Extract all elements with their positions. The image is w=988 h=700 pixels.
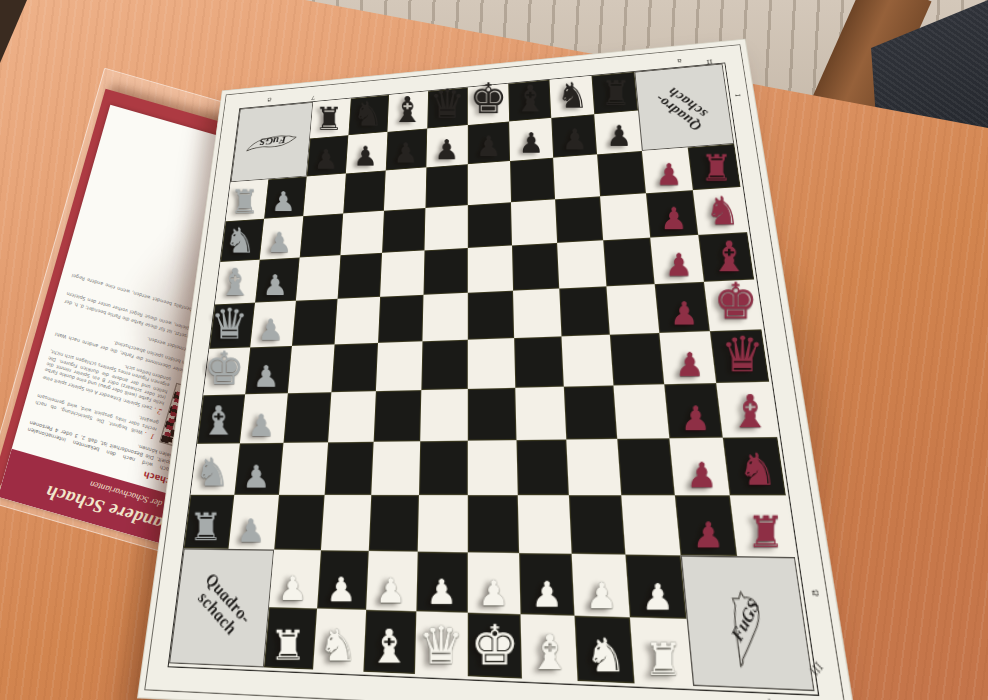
gray-pawn[interactable]: ♟ (249, 310, 294, 347)
black-king[interactable]: ♚ (467, 74, 509, 123)
red-pawn[interactable]: ♟ (646, 154, 692, 192)
black-pawn[interactable]: ♟ (345, 137, 387, 171)
black-rook[interactable]: ♜ (594, 71, 637, 112)
gray-rook[interactable]: ♜ (182, 502, 231, 549)
gray-pawn[interactable]: ♟ (227, 509, 276, 550)
red-pawn[interactable]: ♟ (655, 243, 703, 283)
square-r1c4[interactable] (348, 95, 389, 135)
black-pawn[interactable]: ♟ (597, 116, 641, 153)
red-pawn[interactable]: ♟ (681, 511, 736, 556)
black-pawn[interactable]: ♟ (510, 123, 553, 159)
white-pawn[interactable]: ♟ (267, 566, 318, 608)
red-pawn[interactable]: ♟ (676, 451, 729, 495)
white-pawn[interactable]: ♟ (630, 572, 686, 618)
white-king[interactable]: ♚ (467, 613, 522, 678)
gray-pawn[interactable]: ♟ (254, 266, 298, 302)
red-knight[interactable]: ♞ (731, 441, 785, 495)
red-queen[interactable]: ♛ (717, 325, 768, 383)
red-rook[interactable]: ♜ (738, 504, 793, 557)
board-outer: FuGS Quadro- schach Quadro- schach FuGS (196, 62, 740, 606)
gray-pawn[interactable]: ♟ (263, 183, 305, 218)
black-pawn[interactable]: ♟ (385, 134, 427, 169)
square-r1c5[interactable] (387, 91, 428, 132)
white-knight[interactable]: ♞ (578, 626, 634, 682)
gray-pawn[interactable]: ♟ (244, 356, 290, 394)
black-knight[interactable]: ♞ (551, 73, 594, 116)
white-bishop[interactable]: ♝ (362, 617, 416, 673)
red-king[interactable]: ♚ (711, 272, 761, 330)
white-bishop[interactable]: ♝ (522, 622, 578, 680)
gray-pawn[interactable]: ♟ (258, 223, 301, 258)
white-pawn[interactable]: ♟ (575, 571, 630, 616)
gray-knight[interactable]: ♞ (189, 447, 236, 494)
photo-scene: { "game": "Quadroschach — four-handed ch… (0, 0, 988, 700)
fugs-logo-text: FuGS (259, 135, 287, 148)
white-knight[interactable]: ♞ (312, 618, 365, 671)
black-pawn[interactable]: ♟ (553, 120, 597, 156)
red-pawn[interactable]: ♟ (660, 291, 709, 332)
white-queen[interactable]: ♛ (414, 614, 468, 675)
square-r1c3[interactable] (310, 98, 351, 138)
red-rook[interactable]: ♜ (694, 144, 740, 188)
white-pawn[interactable]: ♟ (316, 566, 368, 609)
gray-king[interactable]: ♚ (202, 342, 247, 395)
red-pawn[interactable]: ♟ (665, 342, 715, 384)
red-bishop[interactable]: ♝ (724, 383, 776, 438)
quadroschach-board[interactable]: FuGS Quadro- schach Quadro- schach FuGS (138, 40, 857, 700)
gray-bishop[interactable]: ♝ (213, 258, 256, 303)
black-pawn[interactable]: ♟ (467, 127, 510, 163)
black-bishop[interactable]: ♝ (509, 75, 551, 119)
white-rook[interactable]: ♜ (635, 630, 692, 685)
white-rook[interactable]: ♜ (262, 619, 314, 669)
red-knight[interactable]: ♞ (699, 186, 746, 233)
gray-pawn[interactable]: ♟ (233, 455, 281, 495)
black-queen[interactable]: ♛ (427, 80, 469, 127)
gray-knight[interactable]: ♞ (219, 219, 261, 261)
white-pawn[interactable]: ♟ (520, 570, 574, 615)
black-pawn[interactable]: ♟ (426, 131, 469, 166)
gray-pawn[interactable]: ♟ (238, 404, 285, 443)
white-pawn[interactable]: ♟ (467, 569, 521, 613)
white-pawn[interactable]: ♟ (415, 568, 468, 612)
red-pawn[interactable]: ♟ (670, 395, 722, 438)
gray-bishop[interactable]: ♝ (195, 395, 241, 443)
border-label-7: 7 (311, 94, 316, 101)
